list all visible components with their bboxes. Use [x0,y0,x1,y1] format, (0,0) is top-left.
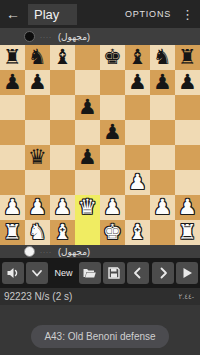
square-d7[interactable] [75,70,100,95]
square-g3[interactable] [150,170,175,195]
back-arrow-icon[interactable]: ← [0,6,26,22]
white-p-piece: ♟ [103,195,122,220]
black-p-piece: ♟ [78,145,97,170]
new-game-label: New [55,268,73,278]
black-p-piece: ♟ [128,70,147,95]
square-e6[interactable] [100,95,125,120]
square-e1[interactable]: ♚ [100,220,125,245]
square-h6[interactable] [175,95,200,120]
white-p-piece: ♟ [53,195,72,220]
square-c3[interactable] [50,170,75,195]
engine-eval-text: ٢.٤٤- [178,293,194,301]
black-p-piece: ♟ [153,70,172,95]
black-n-piece: ♞ [153,45,172,70]
square-d5[interactable] [75,120,100,145]
square-a4[interactable] [0,145,25,170]
square-a8[interactable]: ♜ [0,45,25,70]
white-p-piece: ♟ [153,195,172,220]
square-c5[interactable] [50,120,75,145]
square-b5[interactable] [25,120,50,145]
square-b1[interactable]: ♞ [25,220,50,245]
square-f7[interactable]: ♟ [125,70,150,95]
square-f2[interactable] [125,195,150,220]
square-c1[interactable]: ♝ [50,220,75,245]
volume-icon [6,266,20,280]
white-p-piece: ♟ [128,170,147,195]
black-p-piece: ♟ [28,70,47,95]
white-n-piece: ♞ [28,220,47,245]
play-engine-button[interactable] [176,262,198,284]
folder-open-icon [82,266,97,280]
square-g8[interactable]: ♞ [150,45,175,70]
white-r-piece: ♜ [178,220,197,245]
square-e8[interactable]: ♚ [100,45,125,70]
bottom-toolbar: New [0,258,200,288]
square-h3[interactable] [175,170,200,195]
square-h1[interactable]: ♜ [175,220,200,245]
square-c2[interactable]: ♟ [50,195,75,220]
chevron-down-icon [30,266,44,280]
square-g7[interactable]: ♟ [150,70,175,95]
square-e4[interactable] [100,145,125,170]
square-a5[interactable] [0,120,25,145]
square-a2[interactable]: ♟ [0,195,25,220]
save-button[interactable] [103,262,125,284]
square-a1[interactable]: ♜ [0,220,25,245]
black-r-piece: ♜ [3,45,22,70]
square-f1[interactable]: ♝ [125,220,150,245]
square-b4[interactable]: ♛ [25,145,50,170]
square-d8[interactable] [75,45,100,70]
square-e2[interactable]: ♟ [100,195,125,220]
top-app-bar: ← Play OPTIONS ⋮ [0,0,200,28]
overflow-menu-icon[interactable]: ⋮ [181,7,194,22]
square-f4[interactable] [125,145,150,170]
square-b8[interactable]: ♞ [25,45,50,70]
chess-board[interactable]: ♜♞♝♚♝♞♜♟♟♟♟♟♟♟♛♟♟♟♟♟♛♟♟♟♜♞♝♚♝♜ [0,45,200,245]
black-b-piece: ♝ [128,45,147,70]
square-e3[interactable] [100,170,125,195]
white-player-name: (مجهول) [58,247,90,257]
square-a7[interactable]: ♟ [0,70,25,95]
white-p-piece: ♟ [28,195,47,220]
black-k-piece: ♚ [103,45,122,70]
collapse-button[interactable] [26,262,48,284]
volume-button[interactable] [2,262,24,284]
chevron-right-icon [156,266,170,280]
white-p-piece: ♟ [3,195,22,220]
square-d1[interactable] [75,220,100,245]
black-b-piece: ♝ [53,45,72,70]
square-c6[interactable] [50,95,75,120]
white-player-info: ···· [40,249,52,255]
black-q-piece: ♛ [28,145,47,170]
square-a6[interactable] [0,95,25,120]
square-b6[interactable] [25,95,50,120]
black-player-bar: ···· (مجهول) [0,28,200,45]
black-player-info: ···· [40,34,52,40]
square-b3[interactable] [25,170,50,195]
white-b-piece: ♝ [53,220,72,245]
open-file-button[interactable] [79,262,101,284]
square-e7[interactable] [100,70,125,95]
save-floppy-icon [107,266,121,280]
engine-status-row: 92223 N/s (2 s) ٢.٤٤- [0,288,200,305]
square-h8[interactable]: ♜ [175,45,200,70]
square-h5[interactable] [175,120,200,145]
white-player-bar: ···· (مجهول) [0,245,200,258]
square-g2[interactable]: ♟ [150,195,175,220]
square-d4[interactable]: ♟ [75,145,100,170]
black-p-piece: ♟ [78,95,97,120]
chevron-left-icon [131,266,145,280]
white-k-piece: ♚ [103,220,122,245]
black-p-piece: ♟ [178,70,197,95]
opening-name-snackbar: A43: Old Benoni defense [31,325,168,348]
square-f3[interactable]: ♟ [125,170,150,195]
square-d2[interactable]: ♛ [75,195,100,220]
white-player-icon [24,246,35,257]
square-f8[interactable]: ♝ [125,45,150,70]
square-h4[interactable] [175,145,200,170]
square-c7[interactable] [50,70,75,95]
black-player-icon [24,31,35,42]
white-r-piece: ♜ [3,220,22,245]
square-a3[interactable] [0,170,25,195]
new-game-button[interactable]: New [51,262,77,284]
black-r-piece: ♜ [178,45,197,70]
square-c8[interactable]: ♝ [50,45,75,70]
square-g6[interactable] [150,95,175,120]
square-b7[interactable]: ♟ [25,70,50,95]
square-g5[interactable] [150,120,175,145]
engine-nps-text: 92223 N/s (2 s) [4,291,72,302]
black-n-piece: ♞ [28,45,47,70]
white-p-piece: ♟ [178,195,197,220]
square-g1[interactable] [150,220,175,245]
square-h7[interactable]: ♟ [175,70,200,95]
square-d3[interactable] [75,170,100,195]
square-g4[interactable] [150,145,175,170]
bottom-panel: A43: Old Benoni defense [0,305,200,355]
black-player-name: (مجهول) [58,32,90,42]
square-e5[interactable]: ♟ [100,120,125,145]
black-p-piece: ♟ [3,70,22,95]
next-move-button[interactable] [152,262,174,284]
page-title: Play [28,4,77,25]
square-f5[interactable] [125,120,150,145]
prev-move-button[interactable] [127,262,149,284]
white-q-piece: ♛ [78,195,97,220]
square-c4[interactable] [50,145,75,170]
square-f6[interactable] [125,95,150,120]
square-b2[interactable]: ♟ [25,195,50,220]
square-h2[interactable]: ♟ [175,195,200,220]
play-triangle-icon [180,266,194,280]
white-b-piece: ♝ [128,220,147,245]
square-d6[interactable]: ♟ [75,95,100,120]
options-button[interactable]: OPTIONS [125,9,171,19]
black-p-piece: ♟ [103,120,122,145]
